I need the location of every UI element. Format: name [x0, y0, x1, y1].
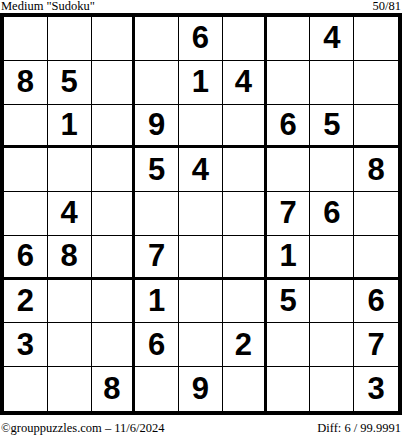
- cell-r8c1-given: 3: [4, 323, 48, 367]
- cell-r9c5-given: 9: [179, 367, 223, 411]
- cell-r5c5-empty[interactable]: [179, 192, 223, 236]
- cell-r1c3-empty[interactable]: [92, 17, 136, 61]
- puzzle-title: Medium "Sudoku": [1, 0, 95, 13]
- cell-r8c4-given: 6: [135, 323, 179, 367]
- cell-r3c5-empty[interactable]: [179, 105, 223, 149]
- cell-r9c2-empty[interactable]: [48, 367, 92, 411]
- cell-r9c6-empty[interactable]: [223, 367, 267, 411]
- cell-r1c4-empty[interactable]: [135, 17, 179, 61]
- cell-r2c8-empty[interactable]: [310, 61, 354, 105]
- cell-r4c4-given: 5: [135, 148, 179, 192]
- cell-r6c7-given: 1: [267, 236, 311, 280]
- cell-r2c2-given: 5: [48, 61, 92, 105]
- cell-r4c1-empty[interactable]: [4, 148, 48, 192]
- cell-r8c2-empty[interactable]: [48, 323, 92, 367]
- cell-r1c6-empty[interactable]: [223, 17, 267, 61]
- cell-r3c8-given: 5: [310, 105, 354, 149]
- cell-r4c2-empty[interactable]: [48, 148, 92, 192]
- cell-r5c6-empty[interactable]: [223, 192, 267, 236]
- cell-r1c2-empty[interactable]: [48, 17, 92, 61]
- cell-r3c7-given: 6: [267, 105, 311, 149]
- cell-r2c5-given: 1: [179, 61, 223, 105]
- cell-r4c6-empty[interactable]: [223, 148, 267, 192]
- cell-r2c7-empty[interactable]: [267, 61, 311, 105]
- cell-r8c6-given: 2: [223, 323, 267, 367]
- cell-r2c1-given: 8: [4, 61, 48, 105]
- cell-r4c3-empty[interactable]: [92, 148, 136, 192]
- cell-r1c8-given: 4: [310, 17, 354, 61]
- copyright-text: ©grouppuzzles.com – 11/6/2024: [1, 421, 165, 436]
- cell-r9c4-empty[interactable]: [135, 367, 179, 411]
- cell-r6c8-empty[interactable]: [310, 236, 354, 280]
- cell-r2c4-empty[interactable]: [135, 61, 179, 105]
- cell-r3c6-empty[interactable]: [223, 105, 267, 149]
- sudoku-board: 6485141965548476687121563627893: [0, 13, 402, 415]
- cell-r1c5-given: 6: [179, 17, 223, 61]
- cell-r1c7-empty[interactable]: [267, 17, 311, 61]
- cell-r3c4-given: 9: [135, 105, 179, 149]
- cell-r4c9-given: 8: [354, 148, 398, 192]
- cell-r9c8-empty[interactable]: [310, 367, 354, 411]
- cell-r6c2-given: 8: [48, 236, 92, 280]
- cell-r6c6-empty[interactable]: [223, 236, 267, 280]
- cell-r7c4-given: 1: [135, 280, 179, 324]
- cell-r7c2-empty[interactable]: [48, 280, 92, 324]
- cell-r9c1-empty[interactable]: [4, 367, 48, 411]
- cell-r1c9-empty[interactable]: [354, 17, 398, 61]
- cell-r7c8-empty[interactable]: [310, 280, 354, 324]
- cell-r7c3-empty[interactable]: [92, 280, 136, 324]
- cell-r3c9-empty[interactable]: [354, 105, 398, 149]
- cell-r2c3-empty[interactable]: [92, 61, 136, 105]
- cell-r2c6-given: 4: [223, 61, 267, 105]
- page-header: Medium "Sudoku" 50/81: [1, 0, 401, 13]
- cell-r9c3-given: 8: [92, 367, 136, 411]
- cell-r7c1-given: 2: [4, 280, 48, 324]
- cell-r6c3-empty[interactable]: [92, 236, 136, 280]
- cell-r9c7-empty[interactable]: [267, 367, 311, 411]
- cell-r7c6-empty[interactable]: [223, 280, 267, 324]
- cell-r3c2-given: 1: [48, 105, 92, 149]
- cell-r8c7-empty[interactable]: [267, 323, 311, 367]
- cell-count: 50/81: [373, 0, 401, 13]
- sudoku-page: Medium "Sudoku" 50/81 648514196554847668…: [0, 0, 402, 437]
- cell-r5c9-empty[interactable]: [354, 192, 398, 236]
- cell-r4c5-given: 4: [179, 148, 223, 192]
- cell-r1c1-empty[interactable]: [4, 17, 48, 61]
- cell-r3c3-empty[interactable]: [92, 105, 136, 149]
- cell-r7c5-empty[interactable]: [179, 280, 223, 324]
- cell-r6c1-given: 6: [4, 236, 48, 280]
- cell-r8c5-empty[interactable]: [179, 323, 223, 367]
- cell-r8c3-empty[interactable]: [92, 323, 136, 367]
- cell-r5c1-empty[interactable]: [4, 192, 48, 236]
- cell-r2c9-empty[interactable]: [354, 61, 398, 105]
- cell-r4c7-empty[interactable]: [267, 148, 311, 192]
- cell-r7c7-given: 5: [267, 280, 311, 324]
- cell-r7c9-given: 6: [354, 280, 398, 324]
- cell-r8c9-given: 7: [354, 323, 398, 367]
- page-footer: ©grouppuzzles.com – 11/6/2024 Diff: 6 / …: [1, 420, 401, 436]
- cell-r5c8-given: 6: [310, 192, 354, 236]
- cell-r4c8-empty[interactable]: [310, 148, 354, 192]
- difficulty-text: Diff: 6 / 99.9991: [317, 421, 401, 436]
- cell-r5c3-empty[interactable]: [92, 192, 136, 236]
- cell-r9c9-given: 3: [354, 367, 398, 411]
- cell-r8c8-empty[interactable]: [310, 323, 354, 367]
- cell-r5c4-empty[interactable]: [135, 192, 179, 236]
- cell-r5c7-given: 7: [267, 192, 311, 236]
- cell-r3c1-empty[interactable]: [4, 105, 48, 149]
- cell-r6c4-given: 7: [135, 236, 179, 280]
- cell-r6c9-empty[interactable]: [354, 236, 398, 280]
- cell-r5c2-given: 4: [48, 192, 92, 236]
- cell-r6c5-empty[interactable]: [179, 236, 223, 280]
